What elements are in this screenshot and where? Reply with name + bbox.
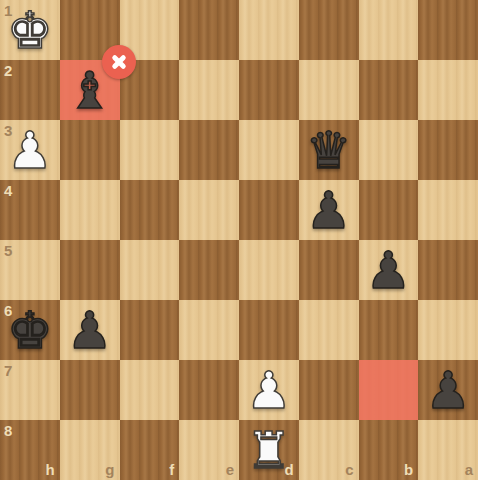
square-e3[interactable]: [179, 120, 239, 180]
square-b5[interactable]: ♟: [359, 240, 419, 300]
square-h1[interactable]: 1♚: [0, 0, 60, 60]
square-b4[interactable]: [359, 180, 419, 240]
square-b7[interactable]: [359, 360, 419, 420]
rank-label-8: 8: [4, 422, 12, 439]
square-c7[interactable]: [299, 360, 359, 420]
square-d1[interactable]: [239, 0, 299, 60]
rank-label-5: 5: [4, 242, 12, 259]
square-h2[interactable]: 2: [0, 60, 60, 120]
square-e6[interactable]: [179, 300, 239, 360]
square-b6[interactable]: [359, 300, 419, 360]
square-d2[interactable]: [239, 60, 299, 120]
square-g6[interactable]: ♟: [60, 300, 120, 360]
file-label-b: b: [404, 461, 413, 478]
square-a3[interactable]: [418, 120, 478, 180]
file-label-e: e: [226, 461, 234, 478]
square-e1[interactable]: [179, 0, 239, 60]
square-f7[interactable]: [120, 360, 180, 420]
file-label-c: c: [345, 461, 353, 478]
square-f3[interactable]: [120, 120, 180, 180]
rank-label-7: 7: [4, 362, 12, 379]
white-pawn[interactable]: ♟: [0, 120, 60, 180]
black-pawn[interactable]: ♟: [60, 300, 120, 360]
file-label-a: a: [465, 461, 473, 478]
black-pawn[interactable]: ♟: [299, 180, 359, 240]
square-h3[interactable]: 3♟: [0, 120, 60, 180]
square-d6[interactable]: [239, 300, 299, 360]
square-b1[interactable]: [359, 0, 419, 60]
black-pawn[interactable]: ♟: [359, 240, 419, 300]
square-h8[interactable]: 8h: [0, 420, 60, 480]
square-g7[interactable]: [60, 360, 120, 420]
square-e7[interactable]: [179, 360, 239, 420]
square-g8[interactable]: g: [60, 420, 120, 480]
square-a6[interactable]: [418, 300, 478, 360]
rank-label-2: 2: [4, 62, 12, 79]
square-h6[interactable]: 6♚: [0, 300, 60, 360]
square-c6[interactable]: [299, 300, 359, 360]
move-classification-badge-miss: [102, 45, 136, 79]
square-b2[interactable]: [359, 60, 419, 120]
square-h5[interactable]: 5: [0, 240, 60, 300]
square-c3[interactable]: ♛: [299, 120, 359, 180]
square-d3[interactable]: [239, 120, 299, 180]
white-king[interactable]: ♚: [0, 0, 60, 60]
square-h4[interactable]: 4: [0, 180, 60, 240]
white-pawn[interactable]: ♟: [239, 360, 299, 420]
square-a4[interactable]: [418, 180, 478, 240]
square-f6[interactable]: [120, 300, 180, 360]
square-a7[interactable]: ♟: [418, 360, 478, 420]
square-d4[interactable]: [239, 180, 299, 240]
square-e2[interactable]: [179, 60, 239, 120]
file-label-f: f: [169, 461, 174, 478]
square-g4[interactable]: [60, 180, 120, 240]
square-g2[interactable]: ♝: [60, 60, 120, 120]
square-e8[interactable]: e: [179, 420, 239, 480]
square-f4[interactable]: [120, 180, 180, 240]
square-d7[interactable]: ♟: [239, 360, 299, 420]
chess-board[interactable]: 1♚2♝3♟♛4♟5♟6♚♟7♟♟8hgfed♜cba: [0, 0, 478, 480]
miss-x-icon: [102, 45, 136, 79]
square-c8[interactable]: c: [299, 420, 359, 480]
square-e4[interactable]: [179, 180, 239, 240]
square-b3[interactable]: [359, 120, 419, 180]
file-label-h: h: [46, 461, 55, 478]
white-rook[interactable]: ♜: [239, 420, 299, 480]
square-a2[interactable]: [418, 60, 478, 120]
square-f8[interactable]: f: [120, 420, 180, 480]
square-a8[interactable]: a: [418, 420, 478, 480]
square-b8[interactable]: b: [359, 420, 419, 480]
square-f5[interactable]: [120, 240, 180, 300]
square-h7[interactable]: 7: [0, 360, 60, 420]
file-label-g: g: [105, 461, 114, 478]
black-pawn[interactable]: ♟: [418, 360, 478, 420]
rank-label-4: 4: [4, 182, 12, 199]
square-a1[interactable]: [418, 0, 478, 60]
square-d5[interactable]: [239, 240, 299, 300]
square-c2[interactable]: [299, 60, 359, 120]
black-king[interactable]: ♚: [0, 300, 60, 360]
square-c5[interactable]: [299, 240, 359, 300]
square-a5[interactable]: [418, 240, 478, 300]
black-queen[interactable]: ♛: [299, 120, 359, 180]
square-c1[interactable]: [299, 0, 359, 60]
square-d8[interactable]: d♜: [239, 420, 299, 480]
square-c4[interactable]: ♟: [299, 180, 359, 240]
square-g3[interactable]: [60, 120, 120, 180]
square-g5[interactable]: [60, 240, 120, 300]
square-e5[interactable]: [179, 240, 239, 300]
